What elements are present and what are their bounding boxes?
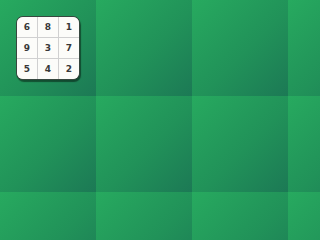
cell-r1c1[interactable]: 6 — [17, 17, 37, 37]
cell-r2c1[interactable]: 9 — [17, 38, 37, 58]
cell-r1c3[interactable]: 1 — [59, 17, 79, 37]
cell-r1c2[interactable]: 8 — [38, 17, 58, 37]
cell-r3c1[interactable]: 5 — [17, 59, 37, 79]
cell-r2c2[interactable]: 3 — [38, 38, 58, 58]
cell-r3c3[interactable]: 2 — [59, 59, 79, 79]
cell-r2c3[interactable]: 7 — [59, 38, 79, 58]
cell-r3c2[interactable]: 4 — [38, 59, 58, 79]
number-grid-board: 6 8 1 9 3 7 5 4 2 — [16, 16, 80, 80]
